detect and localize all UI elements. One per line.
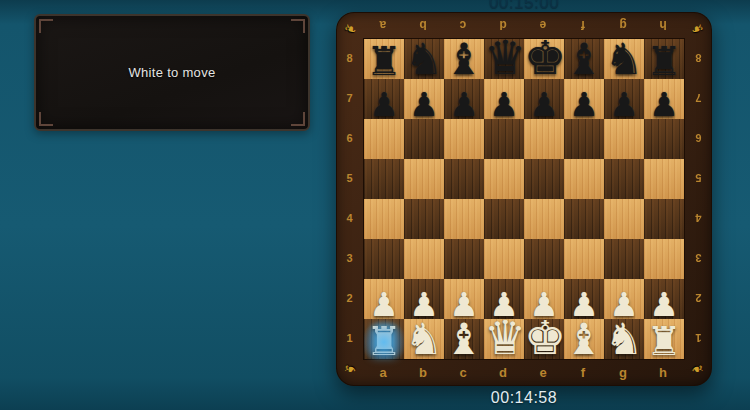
black-knight: ♞	[604, 38, 644, 81]
white-rook: ♜	[364, 321, 404, 361]
white-pawn: ♟	[364, 288, 404, 321]
square-d4[interactable]	[484, 199, 524, 239]
black-pawn: ♟	[604, 88, 644, 121]
square-a3[interactable]	[364, 239, 404, 279]
coordinate-label: g	[603, 361, 643, 383]
square-a1[interactable]: ♜	[364, 319, 404, 359]
white-bishop: ♝	[564, 318, 604, 361]
square-f6[interactable]	[564, 119, 604, 159]
square-e8[interactable]: ♚	[524, 39, 564, 79]
square-h2[interactable]: ♟	[644, 279, 684, 319]
square-e6[interactable]	[524, 119, 564, 159]
corner-flourish-icon: ❧	[689, 18, 707, 39]
file-labels-top: abcdefgh	[363, 15, 683, 35]
corner-flourish-icon: ❧	[341, 358, 359, 379]
coordinate-label: 3	[688, 238, 709, 278]
white-knight: ♞	[604, 318, 644, 361]
white-pawn: ♟	[404, 288, 444, 321]
square-c8[interactable]: ♝	[444, 39, 484, 79]
square-a8[interactable]: ♜	[364, 39, 404, 79]
square-f3[interactable]	[564, 239, 604, 279]
square-a2[interactable]: ♟	[364, 279, 404, 319]
square-b6[interactable]	[404, 119, 444, 159]
coordinate-label: 4	[688, 198, 709, 238]
white-pawn: ♟	[524, 288, 564, 321]
coordinate-label: 1	[339, 318, 360, 358]
white-pawn: ♟	[444, 288, 484, 321]
black-pawn: ♟	[404, 88, 444, 121]
square-g8[interactable]: ♞	[604, 39, 644, 79]
black-rook: ♜	[644, 41, 684, 81]
white-clock: 00:14:58	[336, 389, 712, 407]
square-c1[interactable]: ♝	[444, 319, 484, 359]
black-bishop: ♝	[444, 38, 484, 81]
square-c2[interactable]: ♟	[444, 279, 484, 319]
square-g2[interactable]: ♟	[604, 279, 644, 319]
coordinate-label: d	[483, 361, 523, 383]
square-a5[interactable]	[364, 159, 404, 199]
app-window: White to move 00:15:00 ❧ ❧ ❧ ❧ abcdefgh …	[0, 0, 750, 410]
square-e1[interactable]: ♚	[524, 319, 564, 359]
panel-corner-ornament	[291, 112, 305, 126]
square-g3[interactable]	[604, 239, 644, 279]
black-pawn: ♟	[644, 88, 684, 121]
rank-labels-left: 87654321	[339, 38, 360, 358]
rank-labels-right: 87654321	[688, 38, 709, 358]
board-grid: ♜♞♝♛♚♝♞♜♟♟♟♟♟♟♟♟♟♟♟♟♟♟♟♟♜♞♝♛♚♝♞♜	[363, 38, 685, 360]
corner-flourish-icon: ❧	[689, 358, 707, 379]
square-g1[interactable]: ♞	[604, 319, 644, 359]
square-c7[interactable]: ♟	[444, 79, 484, 119]
square-b3[interactable]	[404, 239, 444, 279]
black-bishop: ♝	[564, 38, 604, 81]
square-f8[interactable]: ♝	[564, 39, 604, 79]
white-king: ♚	[524, 314, 564, 361]
chess-board: ❧ ❧ ❧ ❧ abcdefgh abcdefgh 87654321 87654…	[336, 12, 712, 386]
coordinate-label: a	[363, 15, 403, 35]
square-a6[interactable]	[364, 119, 404, 159]
panel-corner-ornament	[39, 19, 53, 33]
black-knight: ♞	[404, 38, 444, 81]
square-f2[interactable]: ♟	[564, 279, 604, 319]
square-d1[interactable]: ♛	[484, 319, 524, 359]
black-pawn: ♟	[484, 88, 524, 121]
coordinate-label: c	[443, 361, 483, 383]
coordinate-label: d	[483, 15, 523, 35]
coordinate-label: f	[563, 361, 603, 383]
coordinate-label: 4	[339, 198, 360, 238]
black-rook: ♜	[364, 41, 404, 81]
coordinate-label: 1	[688, 318, 709, 358]
square-g7[interactable]: ♟	[604, 79, 644, 119]
white-queen: ♛	[484, 314, 524, 361]
coordinate-label: b	[403, 15, 443, 35]
coordinate-label: 3	[339, 238, 360, 278]
square-d6[interactable]	[484, 119, 524, 159]
square-g5[interactable]	[604, 159, 644, 199]
square-e3[interactable]	[524, 239, 564, 279]
square-a4[interactable]	[364, 199, 404, 239]
square-f5[interactable]	[564, 159, 604, 199]
black-queen: ♛	[484, 34, 524, 81]
square-b4[interactable]	[404, 199, 444, 239]
square-a7[interactable]: ♟	[364, 79, 404, 119]
square-d7[interactable]: ♟	[484, 79, 524, 119]
white-pawn: ♟	[644, 288, 684, 321]
white-knight: ♞	[404, 318, 444, 361]
coordinate-label: 6	[688, 118, 709, 158]
coordinate-label: 5	[688, 158, 709, 198]
square-h8[interactable]: ♜	[644, 39, 684, 79]
coordinate-label: 5	[339, 158, 360, 198]
coordinate-label: 6	[339, 118, 360, 158]
coordinate-label: 7	[339, 78, 360, 118]
square-d3[interactable]	[484, 239, 524, 279]
square-h4[interactable]	[644, 199, 684, 239]
black-king: ♚	[524, 34, 564, 81]
square-g4[interactable]	[604, 199, 644, 239]
coordinate-label: h	[643, 15, 683, 35]
coordinate-label: e	[523, 361, 563, 383]
coordinate-label: 2	[339, 278, 360, 318]
coordinate-label: a	[363, 361, 403, 383]
white-bishop: ♝	[444, 318, 484, 361]
square-e4[interactable]	[524, 199, 564, 239]
square-f1[interactable]: ♝	[564, 319, 604, 359]
coordinate-label: 2	[688, 278, 709, 318]
square-h5[interactable]	[644, 159, 684, 199]
square-g6[interactable]	[604, 119, 644, 159]
status-panel: White to move	[34, 14, 310, 131]
corner-flourish-icon: ❧	[341, 18, 359, 39]
black-pawn: ♟	[524, 88, 564, 121]
square-c6[interactable]	[444, 119, 484, 159]
coordinate-label: 8	[339, 38, 360, 78]
square-c3[interactable]	[444, 239, 484, 279]
coordinate-label: c	[443, 15, 483, 35]
coordinate-label: 8	[688, 38, 709, 78]
square-h6[interactable]	[644, 119, 684, 159]
panel-corner-ornament	[291, 19, 305, 33]
coordinate-label: g	[603, 15, 643, 35]
white-rook: ♜	[644, 321, 684, 361]
white-pawn: ♟	[564, 288, 604, 321]
black-pawn: ♟	[564, 88, 604, 121]
white-pawn: ♟	[604, 288, 644, 321]
coordinate-label: b	[403, 361, 443, 383]
square-f7[interactable]: ♟	[564, 79, 604, 119]
square-c5[interactable]	[444, 159, 484, 199]
square-h1[interactable]: ♜	[644, 319, 684, 359]
square-b8[interactable]: ♞	[404, 39, 444, 79]
square-d2[interactable]: ♟	[484, 279, 524, 319]
square-d8[interactable]: ♛	[484, 39, 524, 79]
square-h7[interactable]: ♟	[644, 79, 684, 119]
white-pawn: ♟	[484, 288, 524, 321]
square-d5[interactable]	[484, 159, 524, 199]
coordinate-label: 7	[688, 78, 709, 118]
square-b1[interactable]: ♞	[404, 319, 444, 359]
coordinate-label: e	[523, 15, 563, 35]
square-b2[interactable]: ♟	[404, 279, 444, 319]
file-labels-bottom: abcdefgh	[363, 361, 683, 383]
black-pawn: ♟	[364, 88, 404, 121]
coordinate-label: h	[643, 361, 683, 383]
square-h3[interactable]	[644, 239, 684, 279]
black-pawn: ♟	[444, 88, 484, 121]
square-e7[interactable]: ♟	[524, 79, 564, 119]
panel-corner-ornament	[39, 112, 53, 126]
square-e2[interactable]: ♟	[524, 279, 564, 319]
coordinate-label: f	[563, 15, 603, 35]
square-c4[interactable]	[444, 199, 484, 239]
square-b5[interactable]	[404, 159, 444, 199]
status-message: White to move	[129, 65, 216, 80]
square-e5[interactable]	[524, 159, 564, 199]
square-b7[interactable]: ♟	[404, 79, 444, 119]
square-f4[interactable]	[564, 199, 604, 239]
